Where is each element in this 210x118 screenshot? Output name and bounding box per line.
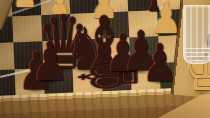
crystal-glass: [183, 5, 210, 64]
dark-pawn-5: ♟: [142, 37, 178, 89]
light-piece-top-left-partial: ♟: [12, 0, 37, 13]
chessboard-photo-scene: ♟♟♟♟♟♛♞♝♟♟♚♟♟♟♚: [0, 0, 210, 118]
pieces-layer: ♟♟♟♟♟♛♞♝♟♟♚♟♟♟♚: [0, 0, 210, 118]
